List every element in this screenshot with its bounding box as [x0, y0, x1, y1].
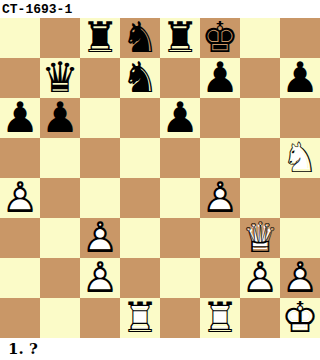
square-b5[interactable]: [40, 138, 80, 178]
square-h8[interactable]: [280, 18, 320, 58]
black-queen: ♛: [40, 58, 80, 98]
square-e1[interactable]: [160, 298, 200, 338]
square-g3[interactable]: ♛♕: [240, 218, 280, 258]
white-piece-outline: ♙: [200, 178, 240, 218]
white-knight: ♞♘: [280, 138, 320, 178]
square-f7[interactable]: ♟: [200, 58, 240, 98]
square-g4[interactable]: [240, 178, 280, 218]
square-d5[interactable]: [120, 138, 160, 178]
white-piece-outline: ♘: [280, 138, 320, 178]
white-piece-outline: ♕: [240, 218, 280, 258]
square-a3[interactable]: [0, 218, 40, 258]
square-g5[interactable]: [240, 138, 280, 178]
white-piece-outline: ♙: [280, 258, 320, 298]
square-f6[interactable]: [200, 98, 240, 138]
square-b2[interactable]: [40, 258, 80, 298]
square-g8[interactable]: [240, 18, 280, 58]
black-piece-glyph: ♟: [200, 58, 240, 98]
square-d6[interactable]: [120, 98, 160, 138]
white-rook: ♜♖: [120, 298, 160, 338]
chess-board: ♜♞♜♚♛♞♟♟♟♟♟♞♘♟♙♟♙♟♙♛♕♟♙♟♙♟♙♜♖♜♖♚♔: [0, 18, 320, 338]
black-knight: ♞: [120, 18, 160, 58]
white-pawn: ♟♙: [240, 258, 280, 298]
white-pawn: ♟♙: [80, 218, 120, 258]
black-pawn: ♟: [0, 98, 40, 138]
square-h6[interactable]: [280, 98, 320, 138]
square-c6[interactable]: [80, 98, 120, 138]
black-piece-glyph: ♞: [120, 18, 160, 58]
white-rook: ♜♖: [200, 298, 240, 338]
square-g7[interactable]: [240, 58, 280, 98]
square-f3[interactable]: [200, 218, 240, 258]
black-piece-glyph: ♜: [80, 18, 120, 58]
square-c8[interactable]: ♜: [80, 18, 120, 58]
square-c2[interactable]: ♟♙: [80, 258, 120, 298]
white-pawn: ♟♙: [80, 258, 120, 298]
black-pawn: ♟: [200, 58, 240, 98]
square-e7[interactable]: [160, 58, 200, 98]
square-h1[interactable]: ♚♔: [280, 298, 320, 338]
square-e2[interactable]: [160, 258, 200, 298]
square-d3[interactable]: [120, 218, 160, 258]
square-d7[interactable]: ♞: [120, 58, 160, 98]
black-piece-glyph: ♟: [40, 98, 80, 138]
white-piece-outline: ♙: [0, 178, 40, 218]
white-piece-outline: ♙: [80, 218, 120, 258]
square-a6[interactable]: ♟: [0, 98, 40, 138]
white-piece-outline: ♙: [80, 258, 120, 298]
square-g6[interactable]: [240, 98, 280, 138]
black-rook: ♜: [160, 18, 200, 58]
square-h3[interactable]: [280, 218, 320, 258]
square-c3[interactable]: ♟♙: [80, 218, 120, 258]
square-h7[interactable]: ♟: [280, 58, 320, 98]
square-f1[interactable]: ♜♖: [200, 298, 240, 338]
square-a2[interactable]: [0, 258, 40, 298]
square-d8[interactable]: ♞: [120, 18, 160, 58]
square-b7[interactable]: ♛: [40, 58, 80, 98]
square-d4[interactable]: [120, 178, 160, 218]
square-c7[interactable]: [80, 58, 120, 98]
square-a7[interactable]: [0, 58, 40, 98]
square-h4[interactable]: [280, 178, 320, 218]
square-b8[interactable]: [40, 18, 80, 58]
square-e6[interactable]: ♟: [160, 98, 200, 138]
square-f8[interactable]: ♚: [200, 18, 240, 58]
white-piece-outline: ♙: [240, 258, 280, 298]
square-h2[interactable]: ♟♙: [280, 258, 320, 298]
white-pawn: ♟♙: [200, 178, 240, 218]
white-pawn: ♟♙: [280, 258, 320, 298]
square-b1[interactable]: [40, 298, 80, 338]
black-pawn: ♟: [280, 58, 320, 98]
black-piece-glyph: ♟: [0, 98, 40, 138]
black-piece-glyph: ♜: [160, 18, 200, 58]
black-rook: ♜: [80, 18, 120, 58]
black-piece-glyph: ♞: [120, 58, 160, 98]
white-king: ♚♔: [280, 298, 320, 338]
square-g1[interactable]: [240, 298, 280, 338]
square-c5[interactable]: [80, 138, 120, 178]
square-a5[interactable]: [0, 138, 40, 178]
black-pawn: ♟: [40, 98, 80, 138]
square-a1[interactable]: [0, 298, 40, 338]
square-e5[interactable]: [160, 138, 200, 178]
square-e4[interactable]: [160, 178, 200, 218]
move-prompt: 1. ?: [0, 338, 320, 360]
square-c1[interactable]: [80, 298, 120, 338]
square-e8[interactable]: ♜: [160, 18, 200, 58]
square-f5[interactable]: [200, 138, 240, 178]
black-pawn: ♟: [160, 98, 200, 138]
square-c4[interactable]: [80, 178, 120, 218]
white-piece-outline: ♖: [200, 298, 240, 338]
puzzle-title: CT-1693-1: [0, 0, 320, 18]
black-piece-glyph: ♚: [200, 18, 240, 58]
square-g2[interactable]: ♟♙: [240, 258, 280, 298]
square-d2[interactable]: [120, 258, 160, 298]
black-piece-glyph: ♟: [280, 58, 320, 98]
white-piece-outline: ♖: [120, 298, 160, 338]
square-e3[interactable]: [160, 218, 200, 258]
square-b6[interactable]: ♟: [40, 98, 80, 138]
square-d1[interactable]: ♜♖: [120, 298, 160, 338]
square-f4[interactable]: ♟♙: [200, 178, 240, 218]
square-b4[interactable]: [40, 178, 80, 218]
black-knight: ♞: [120, 58, 160, 98]
black-piece-glyph: ♛: [40, 58, 80, 98]
white-queen: ♛♕: [240, 218, 280, 258]
square-f2[interactable]: [200, 258, 240, 298]
square-a4[interactable]: ♟♙: [0, 178, 40, 218]
square-h5[interactable]: ♞♘: [280, 138, 320, 178]
white-pawn: ♟♙: [0, 178, 40, 218]
white-piece-outline: ♔: [280, 298, 320, 338]
black-king: ♚: [200, 18, 240, 58]
black-piece-glyph: ♟: [160, 98, 200, 138]
square-b3[interactable]: [40, 218, 80, 258]
square-a8[interactable]: [0, 18, 40, 58]
